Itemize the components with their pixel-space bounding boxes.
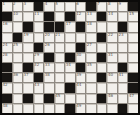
block-r9-c7: [65, 83, 75, 92]
cell-r4-c1[interactable]: [2, 33, 12, 42]
cell-r1-c12[interactable]: 9: [118, 2, 128, 11]
block-r2-c10: [97, 12, 107, 21]
cell-r7-c7[interactable]: 34: [65, 63, 75, 72]
cell-r9-c2[interactable]: [13, 83, 23, 92]
clue-number: 17: [66, 22, 71, 26]
crossword-grid: 1234567891011121314151617181920212223242…: [0, 0, 140, 115]
cell-r3-c11[interactable]: [107, 22, 117, 31]
clue-number: 11: [34, 12, 39, 16]
cell-r1-c10[interactable]: 7: [97, 2, 107, 11]
cell-r7-c9[interactable]: 35: [86, 63, 96, 72]
cell-r10-c8[interactable]: [76, 94, 86, 103]
cell-r2-c9[interactable]: 13: [86, 12, 96, 21]
cell-r9-c1[interactable]: 42: [2, 83, 12, 92]
clue-number: 48: [3, 104, 8, 108]
cell-r6-c6[interactable]: [55, 53, 65, 62]
cell-r11-c13[interactable]: [128, 104, 138, 113]
cell-r4-c11[interactable]: 22: [107, 33, 117, 42]
block-r1-c9: [86, 2, 96, 11]
block-r7-c8: [76, 63, 86, 72]
cell-r6-c8[interactable]: 30: [76, 53, 86, 62]
cell-r2-c4[interactable]: 11: [34, 12, 44, 21]
clue-number: 10: [13, 12, 18, 16]
block-r10-c1: [2, 94, 12, 103]
clue-number: 40: [108, 73, 113, 77]
cell-r2-c8[interactable]: 12: [76, 12, 86, 21]
cell-r4-c4[interactable]: [34, 33, 44, 42]
cell-r7-c4[interactable]: 32: [34, 63, 44, 72]
block-r3-c6: [55, 22, 65, 31]
clue-number: 16: [3, 22, 8, 26]
cell-r1-c11[interactable]: 8: [107, 2, 117, 11]
cell-r4-c8[interactable]: [76, 33, 86, 42]
clue-number: 2: [13, 2, 16, 6]
clue-number: 24: [3, 43, 8, 47]
cell-r7-c13[interactable]: [128, 63, 138, 72]
cell-r9-c10[interactable]: [97, 83, 107, 92]
block-r9-c13: [128, 83, 138, 92]
clue-number: 5: [55, 2, 58, 6]
cell-r3-c10[interactable]: [97, 22, 107, 31]
clue-number: 4: [45, 2, 48, 6]
cell-r6-c4[interactable]: 29: [34, 53, 44, 62]
block-r5-c8: [76, 43, 86, 52]
cell-r8-c7[interactable]: [65, 73, 75, 82]
block-r6-c7: [65, 53, 75, 62]
cell-r6-c2[interactable]: [13, 53, 23, 62]
cell-r3-c4[interactable]: [34, 22, 44, 31]
cell-r6-c11[interactable]: 31: [107, 53, 117, 62]
block-r8-c13: [128, 73, 138, 82]
cell-r9-c11[interactable]: [107, 83, 117, 92]
block-r11-c12: [118, 104, 128, 113]
cell-r11-c8[interactable]: 49: [76, 104, 86, 113]
cell-r10-c4[interactable]: [34, 94, 44, 103]
cell-r3-c1[interactable]: 16: [2, 22, 12, 31]
clue-number: 41: [118, 73, 123, 77]
clue-number: 39: [76, 73, 81, 77]
clue-number: 7: [97, 2, 100, 6]
cell-r10-c13[interactable]: 47: [128, 94, 138, 103]
block-r3-c5: [44, 22, 54, 31]
cell-r11-c1[interactable]: 48: [2, 104, 12, 113]
clue-number: 32: [34, 63, 39, 67]
cell-r11-c5[interactable]: [44, 104, 54, 113]
clue-number: 14: [108, 12, 113, 16]
cell-r8-c8[interactable]: 39: [76, 73, 86, 82]
cell-r1-c3[interactable]: 3: [23, 2, 33, 11]
cell-r11-c3[interactable]: [23, 104, 33, 113]
clue-number: 44: [76, 83, 81, 87]
cell-r8-c9[interactable]: [86, 73, 96, 82]
clue-number: 35: [87, 63, 92, 67]
cell-r4-c12[interactable]: 23: [118, 33, 128, 42]
cell-r4-c5[interactable]: 20: [44, 33, 54, 42]
clue-number: 23: [118, 33, 123, 37]
block-r2-c5: [44, 12, 54, 21]
cell-r9-c6[interactable]: [55, 83, 65, 92]
cell-r8-c6[interactable]: [55, 73, 65, 82]
clue-number: 1: [3, 2, 6, 6]
cell-r4-c9[interactable]: [86, 33, 96, 42]
clue-number: 30: [76, 53, 81, 57]
cell-r3-c2[interactable]: [13, 22, 23, 31]
cell-r10-c9[interactable]: [86, 94, 96, 103]
cell-r5-c10[interactable]: [97, 43, 107, 52]
block-r8-c10: [97, 73, 107, 82]
cell-r3-c7[interactable]: 17: [65, 22, 75, 31]
clue-number: 28: [3, 53, 8, 57]
clue-number: 47: [129, 94, 134, 98]
cell-r11-c11[interactable]: [107, 104, 117, 113]
cell-r4-c13[interactable]: [128, 33, 138, 42]
block-r6-c5: [44, 53, 54, 62]
block-r8-c1: [2, 73, 12, 82]
cell-r11-c6[interactable]: [55, 104, 65, 113]
clue-number: 49: [76, 104, 81, 108]
cell-r6-c1[interactable]: 28: [2, 53, 12, 62]
cell-r6-c12[interactable]: [118, 53, 128, 62]
cell-r1-c1[interactable]: 1: [2, 2, 12, 11]
cell-r6-c9[interactable]: [86, 53, 96, 62]
clue-number: 21: [55, 33, 60, 37]
clue-number: 43: [34, 83, 39, 87]
block-r10-c10: [97, 94, 107, 103]
clue-number: 13: [87, 12, 92, 16]
cell-r4-c7[interactable]: [65, 33, 75, 42]
cell-r1-c6[interactable]: 5: [55, 2, 65, 11]
cell-r5-c9[interactable]: 27: [86, 43, 96, 52]
clue-number: 26: [45, 43, 50, 47]
cell-r1-c8[interactable]: 6: [76, 2, 86, 11]
clue-number: 46: [108, 94, 113, 98]
clue-number: 8: [108, 2, 111, 6]
cell-r9-c9[interactable]: [86, 83, 96, 92]
clue-number: 31: [108, 53, 113, 57]
clue-number: 38: [45, 73, 50, 77]
cell-r2-c13[interactable]: 15: [128, 12, 138, 21]
clue-number: 15: [129, 12, 134, 16]
cell-r8-c11[interactable]: 40: [107, 73, 117, 82]
cell-r7-c11[interactable]: [107, 63, 117, 72]
clue-number: 3: [24, 2, 27, 6]
cell-r8-c2[interactable]: 36: [13, 73, 23, 82]
cell-r3-c9[interactable]: 18: [86, 22, 96, 31]
cell-r5-c3[interactable]: [23, 43, 33, 52]
cell-r7-c2[interactable]: [13, 63, 23, 72]
clue-number: 22: [108, 33, 113, 37]
cell-r10-c2[interactable]: [13, 94, 23, 103]
clue-number: 27: [87, 43, 92, 47]
cell-r4-c3[interactable]: 19: [23, 33, 33, 42]
cell-r10-c6[interactable]: 45: [55, 94, 65, 103]
cell-r6-c3[interactable]: [23, 53, 33, 62]
cell-r1-c7[interactable]: [65, 2, 75, 11]
cell-r9-c4[interactable]: 43: [34, 83, 44, 92]
cell-r9-c8[interactable]: 44: [76, 83, 86, 92]
clue-number: 20: [45, 33, 50, 37]
cell-r2-c2[interactable]: 10: [13, 12, 23, 21]
clue-number: 36: [13, 73, 18, 77]
cell-r11-c4[interactable]: [34, 104, 44, 113]
cell-r11-c10[interactable]: [97, 104, 107, 113]
cell-r1-c2[interactable]: 2: [13, 2, 23, 11]
cell-r3-c13[interactable]: [128, 22, 138, 31]
cell-r5-c13[interactable]: [128, 43, 138, 52]
cell-r7-c5[interactable]: 33: [44, 63, 54, 72]
block-r4-c10: [97, 33, 107, 42]
cell-r7-c6[interactable]: [55, 63, 65, 72]
block-r3-c12: [118, 22, 128, 31]
block-r10-c3: [23, 94, 33, 103]
clue-number: 45: [55, 94, 60, 98]
cell-r1-c5[interactable]: 4: [44, 2, 54, 11]
block-r1-c4: [34, 2, 44, 11]
block-r10-c5: [44, 94, 54, 103]
clue-number: 34: [66, 63, 71, 67]
cell-r10-c12[interactable]: [118, 94, 128, 103]
cell-r7-c10[interactable]: [97, 63, 107, 72]
block-r3-c3: [23, 22, 33, 31]
cell-r5-c2[interactable]: 25: [13, 43, 23, 52]
cell-r4-c6[interactable]: 21: [55, 33, 65, 42]
cell-r2-c12[interactable]: [118, 12, 128, 21]
cell-r2-c3[interactable]: [23, 12, 33, 21]
block-r2-c7: [65, 12, 75, 21]
cell-r11-c2[interactable]: [13, 104, 23, 113]
cell-r6-c13[interactable]: [128, 53, 138, 62]
clue-number: 42: [3, 83, 8, 87]
cell-r5-c7[interactable]: [65, 43, 75, 52]
cell-r8-c5[interactable]: 38: [44, 73, 54, 82]
block-r6-c10: [97, 53, 107, 62]
cell-r10-c11[interactable]: 46: [107, 94, 117, 103]
cell-r9-c12[interactable]: [118, 83, 128, 92]
clue-number: 37: [24, 73, 29, 77]
clue-number: 18: [87, 22, 92, 26]
clue-number: 9: [118, 2, 121, 6]
block-r2-c1: [2, 12, 12, 21]
cell-r8-c3[interactable]: 37: [23, 73, 33, 82]
cell-r9-c5[interactable]: [44, 83, 54, 92]
cell-r5-c1[interactable]: 24: [2, 43, 12, 52]
cell-r11-c9[interactable]: [86, 104, 96, 113]
cell-r5-c5[interactable]: 26: [44, 43, 54, 52]
block-r7-c12: [118, 63, 128, 72]
cell-r5-c11[interactable]: [107, 43, 117, 52]
clue-number: 33: [45, 63, 50, 67]
cell-r10-c7[interactable]: [65, 94, 75, 103]
clue-number: 6: [76, 2, 79, 6]
clue-number: 19: [24, 33, 29, 37]
block-r7-c3: [23, 63, 33, 72]
clue-number: 25: [13, 43, 18, 47]
cell-r9-c3[interactable]: [23, 83, 33, 92]
block-r8-c4: [34, 73, 44, 82]
cell-r5-c12[interactable]: [118, 43, 128, 52]
cell-r2-c6[interactable]: [55, 12, 65, 21]
block-r4-c2: [13, 33, 23, 42]
cell-r2-c11[interactable]: 14: [107, 12, 117, 21]
block-r5-c4: [34, 43, 44, 52]
cell-r5-c6[interactable]: [55, 43, 65, 52]
cell-r8-c12[interactable]: 41: [118, 73, 128, 82]
block-r7-c1: [2, 63, 12, 72]
block-r1-c13: [128, 2, 138, 11]
clue-number: 12: [76, 12, 81, 16]
block-r3-c8: [76, 22, 86, 31]
block-r11-c7: [65, 104, 75, 113]
clue-number: 29: [34, 53, 39, 57]
